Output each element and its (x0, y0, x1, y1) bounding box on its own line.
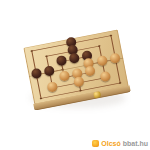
light-piece-f4[interactable] (97, 56, 107, 66)
light-piece-c3[interactable] (59, 71, 69, 81)
dark-piece-d5[interactable] (69, 53, 79, 63)
light-piece-f2[interactable] (100, 72, 110, 82)
watermark: Olcsóbbat.hu (92, 140, 148, 147)
brass-clasp-icon (93, 91, 101, 98)
morris-board (23, 30, 128, 105)
watermark-text-primary: Olcsó (101, 140, 120, 147)
watermark-text-secondary: bbat.hu (123, 140, 148, 147)
watermark-logo-icon (92, 140, 99, 147)
dark-piece-b4[interactable] (44, 66, 54, 76)
light-piece-d2[interactable] (74, 77, 84, 87)
light-piece-b2[interactable] (47, 82, 57, 92)
dark-piece-a4[interactable] (31, 69, 41, 79)
product-photo: Olcsóbbat.hu (0, 0, 150, 150)
dark-piece-c5[interactable] (56, 55, 66, 65)
